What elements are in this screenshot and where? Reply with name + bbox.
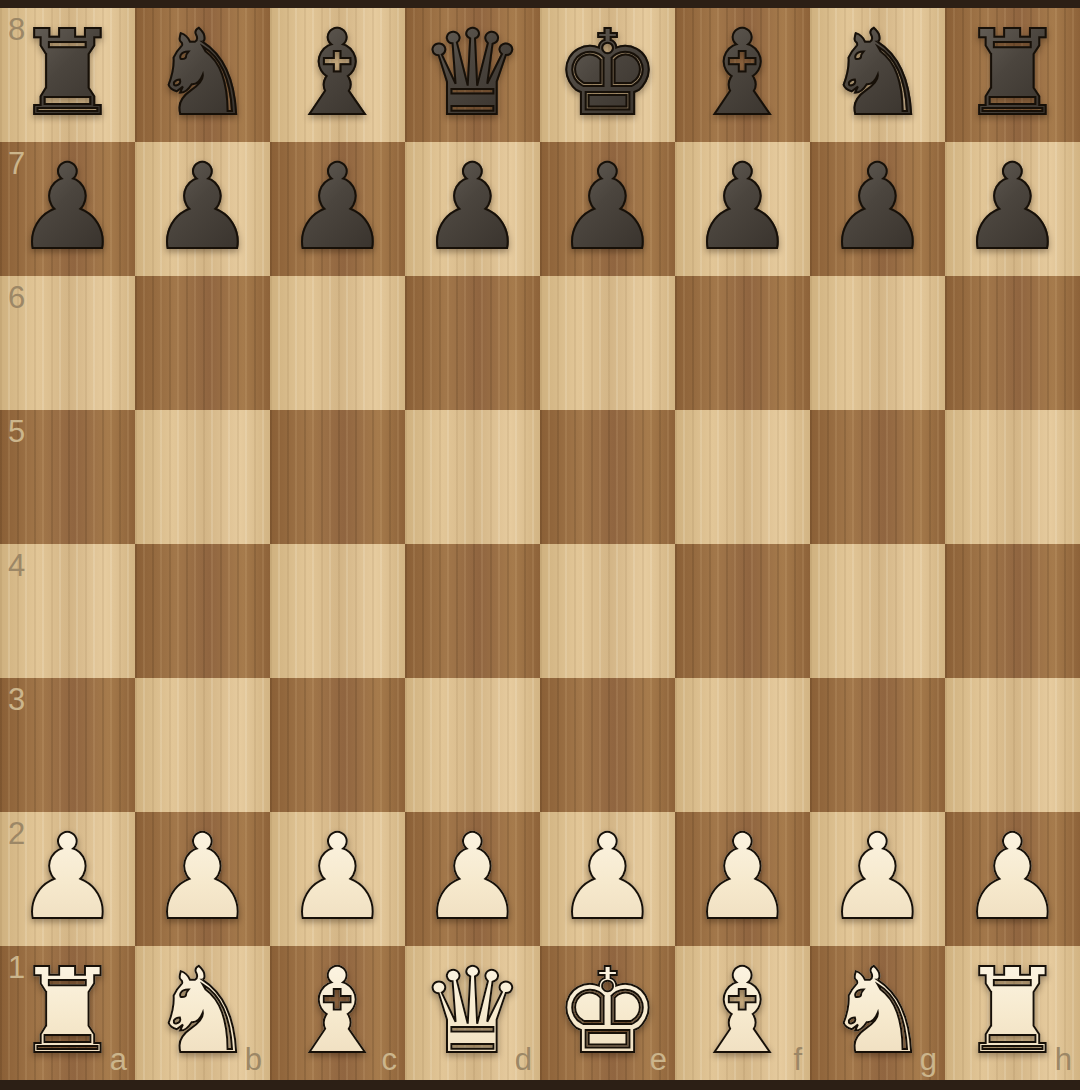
square-a6[interactable]: 6 [0, 276, 135, 410]
piece-black-pawn[interactable]: ♟ [285, 148, 391, 266]
square-c2[interactable]: ♟ [270, 812, 405, 946]
rank-label-5: 5 [8, 416, 25, 447]
square-b1[interactable]: b♞ [135, 946, 270, 1080]
square-d3[interactable] [405, 678, 540, 812]
square-c8[interactable]: ♝ [270, 8, 405, 142]
square-b2[interactable]: ♟ [135, 812, 270, 946]
square-f6[interactable] [675, 276, 810, 410]
square-h5[interactable] [945, 410, 1080, 544]
square-e3[interactable] [540, 678, 675, 812]
square-e5[interactable] [540, 410, 675, 544]
square-g1[interactable]: g♞ [810, 946, 945, 1080]
piece-white-rook[interactable]: ♜ [15, 952, 121, 1070]
square-c1[interactable]: c♝ [270, 946, 405, 1080]
square-b7[interactable]: ♟ [135, 142, 270, 276]
square-a7[interactable]: 7♟ [0, 142, 135, 276]
piece-black-knight[interactable]: ♞ [825, 14, 931, 132]
square-d4[interactable] [405, 544, 540, 678]
piece-white-rook[interactable]: ♜ [960, 952, 1066, 1070]
square-d8[interactable]: ♛ [405, 8, 540, 142]
square-h8[interactable]: ♜ [945, 8, 1080, 142]
piece-black-pawn[interactable]: ♟ [825, 148, 931, 266]
square-d1[interactable]: d♛ [405, 946, 540, 1080]
square-g4[interactable] [810, 544, 945, 678]
square-h6[interactable] [945, 276, 1080, 410]
square-g7[interactable]: ♟ [810, 142, 945, 276]
square-c4[interactable] [270, 544, 405, 678]
piece-white-pawn[interactable]: ♟ [690, 818, 796, 936]
square-f5[interactable] [675, 410, 810, 544]
square-f2[interactable]: ♟ [675, 812, 810, 946]
piece-black-rook[interactable]: ♜ [15, 14, 121, 132]
square-b3[interactable] [135, 678, 270, 812]
square-f7[interactable]: ♟ [675, 142, 810, 276]
square-e7[interactable]: ♟ [540, 142, 675, 276]
chess-board: 8♜♞♝♛♚♝♞♜7♟♟♟♟♟♟♟♟65432♟♟♟♟♟♟♟♟1a♜b♞c♝d♛… [0, 8, 1080, 1080]
square-g6[interactable] [810, 276, 945, 410]
square-c5[interactable] [270, 410, 405, 544]
board-frame: 8♜♞♝♛♚♝♞♜7♟♟♟♟♟♟♟♟65432♟♟♟♟♟♟♟♟1a♜b♞c♝d♛… [0, 0, 1080, 1090]
piece-white-pawn[interactable]: ♟ [960, 818, 1066, 936]
piece-black-knight[interactable]: ♞ [150, 14, 256, 132]
square-b8[interactable]: ♞ [135, 8, 270, 142]
piece-black-king[interactable]: ♚ [555, 14, 661, 132]
piece-black-pawn[interactable]: ♟ [15, 148, 121, 266]
rank-label-4: 4 [8, 550, 25, 581]
square-f1[interactable]: f♝ [675, 946, 810, 1080]
piece-white-pawn[interactable]: ♟ [555, 818, 661, 936]
square-h3[interactable] [945, 678, 1080, 812]
square-e2[interactable]: ♟ [540, 812, 675, 946]
square-f4[interactable] [675, 544, 810, 678]
rank-label-3: 3 [8, 684, 25, 715]
rank-label-6: 6 [8, 282, 25, 313]
square-f8[interactable]: ♝ [675, 8, 810, 142]
square-g3[interactable] [810, 678, 945, 812]
square-a2[interactable]: 2♟ [0, 812, 135, 946]
square-h1[interactable]: h♜ [945, 946, 1080, 1080]
square-e4[interactable] [540, 544, 675, 678]
square-c7[interactable]: ♟ [270, 142, 405, 276]
square-h2[interactable]: ♟ [945, 812, 1080, 946]
square-a8[interactable]: 8♜ [0, 8, 135, 142]
piece-white-queen[interactable]: ♛ [420, 952, 526, 1070]
square-c3[interactable] [270, 678, 405, 812]
square-e6[interactable] [540, 276, 675, 410]
piece-white-pawn[interactable]: ♟ [825, 818, 931, 936]
square-e8[interactable]: ♚ [540, 8, 675, 142]
piece-black-queen[interactable]: ♛ [420, 14, 526, 132]
piece-white-pawn[interactable]: ♟ [285, 818, 391, 936]
piece-white-king[interactable]: ♚ [555, 952, 661, 1070]
piece-white-pawn[interactable]: ♟ [150, 818, 256, 936]
square-d7[interactable]: ♟ [405, 142, 540, 276]
square-a1[interactable]: 1a♜ [0, 946, 135, 1080]
square-d5[interactable] [405, 410, 540, 544]
piece-black-bishop[interactable]: ♝ [690, 14, 796, 132]
square-e1[interactable]: e♚ [540, 946, 675, 1080]
piece-white-knight[interactable]: ♞ [825, 952, 931, 1070]
piece-black-pawn[interactable]: ♟ [150, 148, 256, 266]
piece-white-bishop[interactable]: ♝ [690, 952, 796, 1070]
square-d2[interactable]: ♟ [405, 812, 540, 946]
square-b4[interactable] [135, 544, 270, 678]
square-g8[interactable]: ♞ [810, 8, 945, 142]
piece-black-pawn[interactable]: ♟ [690, 148, 796, 266]
piece-black-rook[interactable]: ♜ [960, 14, 1066, 132]
piece-black-pawn[interactable]: ♟ [960, 148, 1066, 266]
piece-white-pawn[interactable]: ♟ [420, 818, 526, 936]
square-b6[interactable] [135, 276, 270, 410]
square-a4[interactable]: 4 [0, 544, 135, 678]
square-g2[interactable]: ♟ [810, 812, 945, 946]
piece-black-bishop[interactable]: ♝ [285, 14, 391, 132]
square-h7[interactable]: ♟ [945, 142, 1080, 276]
square-a3[interactable]: 3 [0, 678, 135, 812]
square-f3[interactable] [675, 678, 810, 812]
piece-white-pawn[interactable]: ♟ [15, 818, 121, 936]
square-a5[interactable]: 5 [0, 410, 135, 544]
piece-white-bishop[interactable]: ♝ [285, 952, 391, 1070]
square-b5[interactable] [135, 410, 270, 544]
square-g5[interactable] [810, 410, 945, 544]
piece-black-pawn[interactable]: ♟ [420, 148, 526, 266]
piece-white-knight[interactable]: ♞ [150, 952, 256, 1070]
square-h4[interactable] [945, 544, 1080, 678]
square-d6[interactable] [405, 276, 540, 410]
square-c6[interactable] [270, 276, 405, 410]
piece-black-pawn[interactable]: ♟ [555, 148, 661, 266]
